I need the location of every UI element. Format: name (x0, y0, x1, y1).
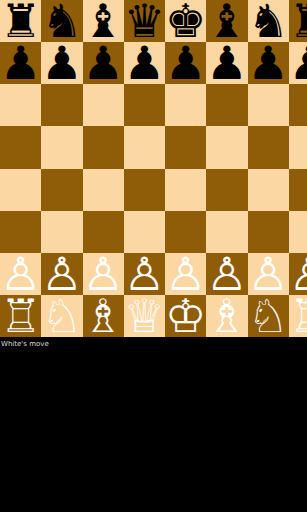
square-c1[interactable]: ♗ (83, 295, 124, 337)
square-d5[interactable] (124, 126, 165, 168)
piece-white-knight[interactable]: ♘ (41, 295, 82, 337)
status-text: White's move (1, 338, 307, 350)
piece-white-bishop[interactable]: ♗ (83, 295, 124, 337)
square-d6[interactable] (124, 84, 165, 126)
square-g5[interactable] (248, 126, 289, 168)
piece-black-pawn[interactable]: ♟ (124, 42, 165, 84)
piece-black-pawn[interactable]: ♟ (83, 42, 124, 84)
square-a1[interactable]: ♖ (0, 295, 41, 337)
square-g1[interactable]: ♘ (248, 295, 289, 337)
square-h4[interactable] (289, 169, 307, 211)
square-f7[interactable]: ♟ (206, 42, 247, 84)
square-f6[interactable] (206, 84, 247, 126)
square-e1[interactable]: ♔ (165, 295, 206, 337)
piece-white-rook[interactable]: ♖ (0, 295, 41, 337)
square-h6[interactable] (289, 84, 307, 126)
square-d1[interactable]: ♕ (124, 295, 165, 337)
square-e5[interactable] (165, 126, 206, 168)
square-c6[interactable] (83, 84, 124, 126)
square-c7[interactable]: ♟ (83, 42, 124, 84)
square-b4[interactable] (41, 169, 82, 211)
square-b5[interactable] (41, 126, 82, 168)
square-f1[interactable]: ♗ (206, 295, 247, 337)
piece-white-knight[interactable]: ♘ (248, 295, 289, 337)
square-a5[interactable] (0, 126, 41, 168)
square-g4[interactable] (248, 169, 289, 211)
square-g6[interactable] (248, 84, 289, 126)
square-e4[interactable] (165, 169, 206, 211)
square-c4[interactable] (83, 169, 124, 211)
chess-board: ♜♞♝♛♚♝♞♜♟♟♟♟♟♟♟♟♙♙♙♙♙♙♙♙♖♘♗♕♔♗♘♖ (0, 0, 307, 337)
square-e6[interactable] (165, 84, 206, 126)
square-h7[interactable]: ♟ (289, 42, 307, 84)
square-b7[interactable]: ♟ (41, 42, 82, 84)
piece-black-pawn[interactable]: ♟ (289, 42, 307, 84)
square-d7[interactable]: ♟ (124, 42, 165, 84)
piece-black-pawn[interactable]: ♟ (165, 42, 206, 84)
square-a6[interactable] (0, 84, 41, 126)
piece-black-pawn[interactable]: ♟ (0, 42, 41, 84)
square-d4[interactable] (124, 169, 165, 211)
square-a4[interactable] (0, 169, 41, 211)
square-b1[interactable]: ♘ (41, 295, 82, 337)
square-b6[interactable] (41, 84, 82, 126)
square-h1[interactable]: ♖ (289, 295, 307, 337)
square-e7[interactable]: ♟ (165, 42, 206, 84)
square-f5[interactable] (206, 126, 247, 168)
piece-white-queen[interactable]: ♕ (124, 295, 165, 337)
square-c5[interactable] (83, 126, 124, 168)
square-a7[interactable]: ♟ (0, 42, 41, 84)
piece-white-rook[interactable]: ♖ (289, 295, 307, 337)
piece-white-king[interactable]: ♔ (165, 295, 206, 337)
square-h5[interactable] (289, 126, 307, 168)
piece-white-bishop[interactable]: ♗ (206, 295, 247, 337)
piece-black-pawn[interactable]: ♟ (206, 42, 247, 84)
piece-black-pawn[interactable]: ♟ (41, 42, 82, 84)
piece-black-pawn[interactable]: ♟ (248, 42, 289, 84)
square-g7[interactable]: ♟ (248, 42, 289, 84)
square-f4[interactable] (206, 169, 247, 211)
